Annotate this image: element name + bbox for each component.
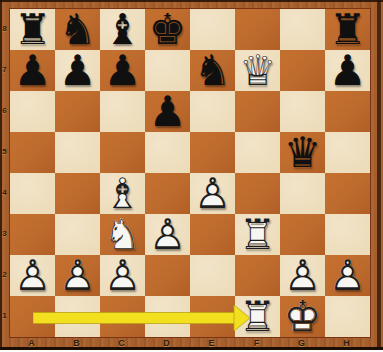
square-c8[interactable]: ♝ [100,9,145,50]
square-e4[interactable]: ♟♙ [190,173,235,214]
rank-label-2: 2 [0,254,9,295]
square-g7[interactable] [280,50,325,91]
square-e8[interactable] [190,9,235,50]
black-bishop-piece[interactable]: ♝ [100,9,145,50]
piece-outline-glyph: ♙ [10,255,55,296]
piece-glyph: ♟ [100,50,145,91]
square-e6[interactable] [190,91,235,132]
file-label-e: E [189,337,234,349]
square-b3[interactable] [55,214,100,255]
piece-outline-glyph: ♖ [235,214,280,255]
white-pawn-piece[interactable]: ♟♙ [325,255,370,296]
square-f4[interactable] [235,173,280,214]
square-f3[interactable]: ♜♖ [235,214,280,255]
square-a8[interactable]: ♜ [10,9,55,50]
black-knight-piece[interactable]: ♞ [190,50,235,91]
square-c5[interactable] [100,132,145,173]
square-d7[interactable] [145,50,190,91]
square-e2[interactable] [190,255,235,296]
piece-glyph: ♞ [55,9,100,50]
square-a6[interactable] [10,91,55,132]
piece-glyph: ♛ [280,132,325,173]
square-g4[interactable] [280,173,325,214]
black-rook-piece[interactable]: ♜ [10,9,55,50]
piece-glyph: ♟ [10,50,55,91]
black-pawn-piece[interactable]: ♟ [55,50,100,91]
piece-glyph: ♜ [10,9,55,50]
file-label-b: B [54,337,99,349]
piece-glyph: ♟ [325,50,370,91]
square-a4[interactable] [10,173,55,214]
square-f8[interactable] [235,9,280,50]
square-b4[interactable] [55,173,100,214]
square-h2[interactable]: ♟♙ [325,255,370,296]
piece-outline-glyph: ♗ [100,173,145,214]
file-label-d: D [144,337,189,349]
white-bishop-piece[interactable]: ♝♗ [100,173,145,214]
square-g3[interactable] [280,214,325,255]
white-king-piece[interactable]: ♚♔ [280,296,325,337]
rank-label-6: 6 [0,90,9,131]
square-h6[interactable] [325,91,370,132]
square-d4[interactable] [145,173,190,214]
file-label-a: A [9,337,54,349]
square-c7[interactable]: ♟ [100,50,145,91]
piece-glyph: ♝ [100,9,145,50]
black-pawn-piece[interactable]: ♟ [325,50,370,91]
square-f1[interactable]: ♜♖ [235,296,280,337]
black-pawn-piece[interactable]: ♟ [10,50,55,91]
square-f2[interactable] [235,255,280,296]
black-queen-piece[interactable]: ♛ [280,132,325,173]
white-pawn-piece[interactable]: ♟♙ [145,214,190,255]
square-g2[interactable]: ♟♙ [280,255,325,296]
piece-outline-glyph: ♙ [190,173,235,214]
black-rook-piece[interactable]: ♜ [325,9,370,50]
black-pawn-piece[interactable]: ♟ [145,91,190,132]
black-pawn-piece[interactable]: ♟ [100,50,145,91]
chessboard-widget: ♜♞♝♚♜♟♟♟♞♛♕♟♟♛♝♗♟♙♞♘♟♙♜♖♟♙♟♙♟♙♟♙♟♙♜♖♚♔ 8… [0,0,383,352]
square-d2[interactable] [145,255,190,296]
rank-label-7: 7 [0,49,9,90]
white-pawn-piece[interactable]: ♟♙ [190,173,235,214]
square-a2[interactable]: ♟♙ [10,255,55,296]
square-b1[interactable] [55,296,100,337]
file-label-c: C [99,337,144,349]
square-d8[interactable]: ♚ [145,9,190,50]
rank-label-4: 4 [0,172,9,213]
white-queen-piece[interactable]: ♛♕ [235,50,280,91]
square-g1[interactable]: ♚♔ [280,296,325,337]
frame-edge-right [377,0,381,352]
square-h1[interactable] [325,296,370,337]
piece-glyph: ♜ [325,9,370,50]
board: ♜♞♝♚♜♟♟♟♞♛♕♟♟♛♝♗♟♙♞♘♟♙♜♖♟♙♟♙♟♙♟♙♟♙♜♖♚♔ [9,8,371,338]
white-knight-piece[interactable]: ♞♘ [100,214,145,255]
square-b6[interactable] [55,91,100,132]
square-d5[interactable] [145,132,190,173]
square-h7[interactable]: ♟ [325,50,370,91]
white-rook-piece[interactable]: ♜♖ [235,296,280,337]
square-d6[interactable]: ♟ [145,91,190,132]
square-b2[interactable]: ♟♙ [55,255,100,296]
square-h4[interactable] [325,173,370,214]
square-c6[interactable] [100,91,145,132]
square-g6[interactable] [280,91,325,132]
black-knight-piece[interactable]: ♞ [55,9,100,50]
file-label-h: H [324,337,369,349]
rank-label-3: 3 [0,213,9,254]
piece-outline-glyph: ♙ [55,255,100,296]
square-a7[interactable]: ♟ [10,50,55,91]
square-h3[interactable] [325,214,370,255]
square-h8[interactable]: ♜ [325,9,370,50]
square-b8[interactable]: ♞ [55,9,100,50]
square-f7[interactable]: ♛♕ [235,50,280,91]
piece-glyph: ♞ [190,50,235,91]
black-king-piece[interactable]: ♚ [145,9,190,50]
square-b7[interactable]: ♟ [55,50,100,91]
piece-outline-glyph: ♙ [325,255,370,296]
square-b5[interactable] [55,132,100,173]
square-e5[interactable] [190,132,235,173]
rank-label-8: 8 [0,8,9,49]
square-f5[interactable] [235,132,280,173]
square-f6[interactable] [235,91,280,132]
square-e3[interactable] [190,214,235,255]
frame-edge-top [0,0,383,2]
rank-label-1: 1 [0,295,9,336]
piece-outline-glyph: ♕ [235,50,280,91]
square-g8[interactable] [280,9,325,50]
piece-outline-glyph: ♔ [280,296,325,337]
square-c4[interactable]: ♝♗ [100,173,145,214]
square-a5[interactable] [10,132,55,173]
white-pawn-piece[interactable]: ♟♙ [55,255,100,296]
rank-label-5: 5 [0,131,9,172]
square-d3[interactable]: ♟♙ [145,214,190,255]
square-e1[interactable] [190,296,235,337]
white-pawn-piece[interactable]: ♟♙ [280,255,325,296]
square-a3[interactable] [10,214,55,255]
rank-labels: 87654321 [0,8,9,336]
piece-outline-glyph: ♙ [145,214,190,255]
square-e7[interactable]: ♞ [190,50,235,91]
white-pawn-piece[interactable]: ♟♙ [10,255,55,296]
piece-glyph: ♟ [55,50,100,91]
square-d1[interactable] [145,296,190,337]
white-rook-piece[interactable]: ♜♖ [235,214,280,255]
square-c1[interactable] [100,296,145,337]
file-label-f: F [234,337,279,349]
piece-glyph: ♚ [145,9,190,50]
white-pawn-piece[interactable]: ♟♙ [100,255,145,296]
square-h5[interactable] [325,132,370,173]
square-c3[interactable]: ♞♘ [100,214,145,255]
piece-outline-glyph: ♘ [100,214,145,255]
piece-outline-glyph: ♖ [235,296,280,337]
piece-outline-glyph: ♙ [100,255,145,296]
file-label-g: G [279,337,324,349]
file-labels: ABCDEFGH [9,337,369,349]
square-g5[interactable]: ♛ [280,132,325,173]
square-c2[interactable]: ♟♙ [100,255,145,296]
piece-outline-glyph: ♙ [280,255,325,296]
square-a1[interactable] [10,296,55,337]
piece-glyph: ♟ [145,91,190,132]
